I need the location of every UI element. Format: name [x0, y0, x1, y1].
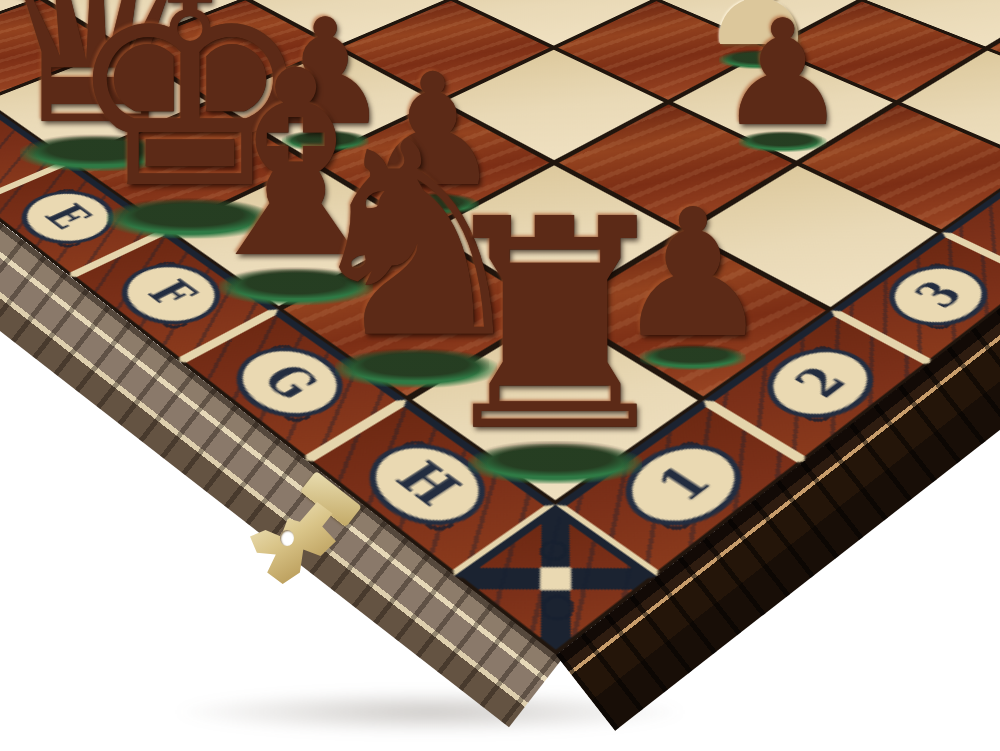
chess-set-photo: HGFE123 ♛♚♝♞♜♟♟♟♟♟ [0, 0, 1000, 751]
file-label: G [252, 358, 326, 405]
corner-diamond-inlay [540, 567, 571, 590]
file-label: F [138, 275, 203, 313]
rank-label: 1 [647, 459, 720, 509]
rank-label: 2 [786, 361, 855, 404]
rank-label: 3 [906, 276, 971, 313]
chess-board: HGFE123 [0, 0, 1000, 655]
file-label: H [385, 455, 468, 513]
clasp-ornate-drop [250, 502, 336, 584]
file-label: E [36, 200, 99, 234]
brass-clasp [240, 468, 370, 588]
clasp-hole [280, 530, 294, 546]
board-grid: HGFE123 [0, 0, 1000, 655]
